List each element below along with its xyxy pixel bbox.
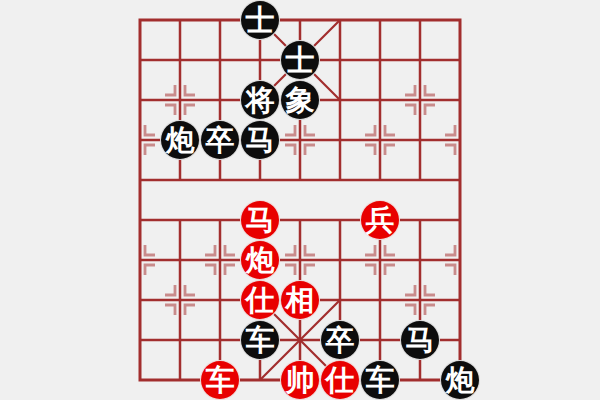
piece-black-chariot[interactable]: 车 bbox=[360, 360, 400, 400]
piece-red-soldier[interactable]: 兵 bbox=[360, 200, 400, 240]
piece-red-elephant[interactable]: 相 bbox=[280, 280, 320, 320]
piece-red-cannon[interactable]: 炮 bbox=[240, 240, 280, 280]
piece-black-soldier[interactable]: 卒 bbox=[320, 320, 360, 360]
piece-black-horse[interactable]: 马 bbox=[240, 120, 280, 160]
piece-black-advisor[interactable]: 士 bbox=[240, 0, 280, 40]
piece-red-horse[interactable]: 马 bbox=[240, 200, 280, 240]
piece-black-cannon[interactable]: 炮 bbox=[160, 120, 200, 160]
piece-red-king[interactable]: 帅 bbox=[280, 360, 320, 400]
xiangqi-board: 士士将象炮卒马马兵炮仕相车卒马车帅仕车炮 bbox=[0, 0, 600, 400]
piece-red-chariot[interactable]: 车 bbox=[200, 360, 240, 400]
piece-black-king[interactable]: 将 bbox=[240, 80, 280, 120]
piece-black-advisor[interactable]: 士 bbox=[280, 40, 320, 80]
piece-black-soldier[interactable]: 卒 bbox=[200, 120, 240, 160]
piece-red-advisor[interactable]: 仕 bbox=[320, 360, 360, 400]
piece-black-elephant[interactable]: 象 bbox=[280, 80, 320, 120]
pieces-layer: 士士将象炮卒马马兵炮仕相车卒马车帅仕车炮 bbox=[120, 0, 480, 400]
piece-black-horse[interactable]: 马 bbox=[400, 320, 440, 360]
piece-black-chariot[interactable]: 车 bbox=[240, 320, 280, 360]
piece-red-advisor[interactable]: 仕 bbox=[240, 280, 280, 320]
piece-black-cannon[interactable]: 炮 bbox=[440, 360, 480, 400]
